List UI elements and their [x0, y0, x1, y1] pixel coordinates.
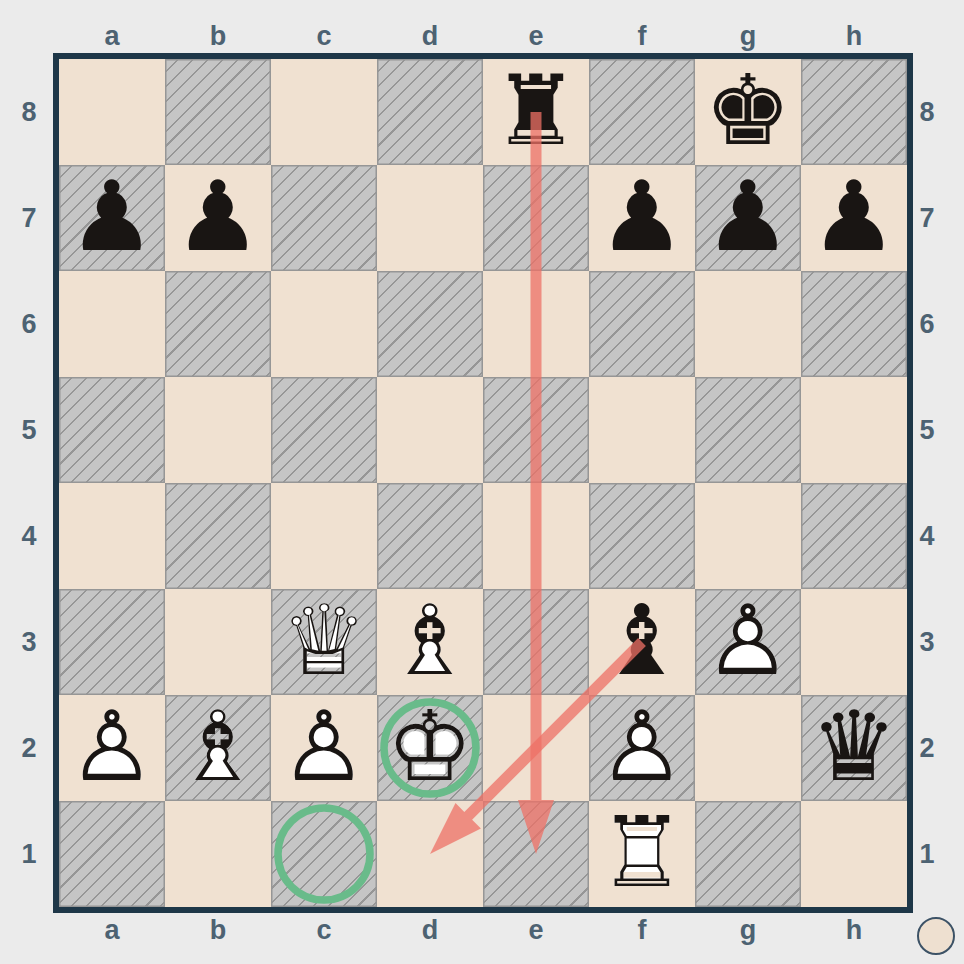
square-c6[interactable] — [271, 271, 377, 377]
square-d6[interactable] — [377, 271, 483, 377]
square-h8[interactable] — [801, 59, 907, 165]
white-pawn-a2[interactable]: ♟♙ — [59, 695, 165, 801]
rank-label-4: 4 — [909, 483, 945, 589]
square-e4[interactable] — [483, 483, 589, 589]
square-a2[interactable]: ♟♙ — [59, 695, 165, 801]
square-h5[interactable] — [801, 377, 907, 483]
square-f5[interactable] — [589, 377, 695, 483]
white-pawn-f2[interactable]: ♟♙ — [589, 695, 695, 801]
rank-label-6: 6 — [909, 271, 945, 377]
white-rook-outline: ♖ — [589, 801, 695, 907]
white-king-outline: ♔ — [377, 695, 483, 801]
square-h7[interactable]: ♟ — [801, 165, 907, 271]
square-f2[interactable]: ♟♙ — [589, 695, 695, 801]
white-pawn-outline: ♙ — [589, 695, 695, 801]
white-bishop-d3[interactable]: ♝♗ — [377, 589, 483, 695]
square-d4[interactable] — [377, 483, 483, 589]
black-pawn-f7[interactable]: ♟ — [589, 165, 695, 271]
square-f4[interactable] — [589, 483, 695, 589]
rank-label-7: 7 — [909, 165, 945, 271]
file-label-e: e — [483, 19, 589, 53]
file-label-f: f — [589, 19, 695, 53]
rank-label-6: 6 — [11, 271, 47, 377]
rank-label-2: 2 — [11, 695, 47, 801]
white-queen-outline: ♕ — [271, 589, 377, 695]
black-king-g8[interactable]: ♚ — [695, 59, 801, 165]
file-label-h: h — [801, 19, 907, 53]
rank-label-8: 8 — [11, 59, 47, 165]
square-c5[interactable] — [271, 377, 377, 483]
square-f8[interactable] — [589, 59, 695, 165]
square-e2[interactable] — [483, 695, 589, 801]
file-label-c: c — [271, 19, 377, 53]
rank-label-8: 8 — [909, 59, 945, 165]
square-b5[interactable] — [165, 377, 271, 483]
white-bishop-outline: ♗ — [377, 589, 483, 695]
rank-labels-left: 87654321 — [11, 59, 47, 907]
rank-label-7: 7 — [11, 165, 47, 271]
black-pawn-a7[interactable]: ♟ — [59, 165, 165, 271]
square-h2[interactable]: ♛ — [801, 695, 907, 801]
rank-label-4: 4 — [11, 483, 47, 589]
black-pawn-glyph: ♟ — [695, 165, 801, 271]
white-pawn-g3[interactable]: ♟♙ — [695, 589, 801, 695]
file-label-a: a — [59, 913, 165, 947]
square-h4[interactable] — [801, 483, 907, 589]
file-label-c: c — [271, 913, 377, 947]
black-pawn-g7[interactable]: ♟ — [695, 165, 801, 271]
chess-position-page: { "game": "chess", "position": "4r1k1/pp… — [0, 0, 964, 964]
file-labels-top: abcdefgh — [59, 19, 907, 53]
square-d5[interactable] — [377, 377, 483, 483]
white-rook-f1[interactable]: ♜♖ — [589, 801, 695, 907]
white-king-d2[interactable]: ♚♔ — [377, 695, 483, 801]
square-g2[interactable] — [695, 695, 801, 801]
square-a5[interactable] — [59, 377, 165, 483]
black-pawn-glyph: ♟ — [59, 165, 165, 271]
file-label-g: g — [695, 19, 801, 53]
file-label-d: d — [377, 913, 483, 947]
rank-label-1: 1 — [11, 801, 47, 907]
square-g4[interactable] — [695, 483, 801, 589]
square-e8[interactable]: ♜ — [483, 59, 589, 165]
black-queen-h2[interactable]: ♛ — [801, 695, 907, 801]
square-b8[interactable] — [165, 59, 271, 165]
square-e6[interactable] — [483, 271, 589, 377]
black-pawn-h7[interactable]: ♟ — [801, 165, 907, 271]
file-label-b: b — [165, 913, 271, 947]
file-label-h: h — [801, 913, 907, 947]
square-a6[interactable] — [59, 271, 165, 377]
square-f7[interactable]: ♟ — [589, 165, 695, 271]
square-c2[interactable]: ♟♙ — [271, 695, 377, 801]
white-pawn-outline: ♙ — [59, 695, 165, 801]
square-b2[interactable]: ♝♗ — [165, 695, 271, 801]
square-h1[interactable] — [801, 801, 907, 907]
rank-label-2: 2 — [909, 695, 945, 801]
black-king-glyph: ♚ — [695, 59, 801, 165]
square-g5[interactable] — [695, 377, 801, 483]
file-label-f: f — [589, 913, 695, 947]
square-b7[interactable]: ♟ — [165, 165, 271, 271]
black-rook-e8[interactable]: ♜ — [483, 59, 589, 165]
square-d3[interactable]: ♝♗ — [377, 589, 483, 695]
black-queen-glyph: ♛ — [801, 695, 907, 801]
square-b4[interactable] — [165, 483, 271, 589]
square-b3[interactable] — [165, 589, 271, 695]
square-g1[interactable] — [695, 801, 801, 907]
black-pawn-glyph: ♟ — [801, 165, 907, 271]
rank-labels-right: 87654321 — [909, 59, 945, 907]
file-labels-bottom: abcdefgh — [59, 913, 907, 947]
square-g3[interactable]: ♟♙ — [695, 589, 801, 695]
rank-label-3: 3 — [909, 589, 945, 695]
square-a8[interactable] — [59, 59, 165, 165]
square-c7[interactable] — [271, 165, 377, 271]
square-c8[interactable] — [271, 59, 377, 165]
black-bishop-f3[interactable]: ♝ — [589, 589, 695, 695]
rank-label-5: 5 — [11, 377, 47, 483]
rank-label-5: 5 — [909, 377, 945, 483]
square-d8[interactable] — [377, 59, 483, 165]
square-a4[interactable] — [59, 483, 165, 589]
white-queen-c3[interactable]: ♛♕ — [271, 589, 377, 695]
square-g7[interactable]: ♟ — [695, 165, 801, 271]
white-to-move-indicator — [917, 917, 955, 955]
square-e1[interactable] — [483, 801, 589, 907]
white-bishop-b2[interactable]: ♝♗ — [165, 695, 271, 801]
black-pawn-b7[interactable]: ♟ — [165, 165, 271, 271]
square-c3[interactable]: ♛♕ — [271, 589, 377, 695]
square-d2[interactable]: ♚♔ — [377, 695, 483, 801]
square-a1[interactable] — [59, 801, 165, 907]
square-e7[interactable] — [483, 165, 589, 271]
square-f3[interactable]: ♝ — [589, 589, 695, 695]
square-c4[interactable] — [271, 483, 377, 589]
square-d1[interactable] — [377, 801, 483, 907]
square-g6[interactable] — [695, 271, 801, 377]
file-label-a: a — [59, 19, 165, 53]
square-e5[interactable] — [483, 377, 589, 483]
white-pawn-c2[interactable]: ♟♙ — [271, 695, 377, 801]
square-b6[interactable] — [165, 271, 271, 377]
square-b1[interactable] — [165, 801, 271, 907]
file-label-e: e — [483, 913, 589, 947]
square-g8[interactable]: ♚ — [695, 59, 801, 165]
square-a3[interactable] — [59, 589, 165, 695]
file-label-d: d — [377, 19, 483, 53]
board-grid: ♜♚♟♟♟♟♟♛♕♝♗♝♟♙♟♙♝♗♟♙♚♔♟♙♛♜♖ — [59, 59, 907, 907]
white-pawn-outline: ♙ — [271, 695, 377, 801]
square-c1[interactable] — [271, 801, 377, 907]
black-pawn-glyph: ♟ — [589, 165, 695, 271]
square-h6[interactable] — [801, 271, 907, 377]
black-bishop-glyph: ♝ — [589, 589, 695, 695]
black-pawn-glyph: ♟ — [165, 165, 271, 271]
square-f6[interactable] — [589, 271, 695, 377]
square-a7[interactable]: ♟ — [59, 165, 165, 271]
black-rook-glyph: ♜ — [483, 59, 589, 165]
rank-label-1: 1 — [909, 801, 945, 907]
square-f1[interactable]: ♜♖ — [589, 801, 695, 907]
chess-board: ♜♚♟♟♟♟♟♛♕♝♗♝♟♙♟♙♝♗♟♙♚♔♟♙♛♜♖ — [53, 53, 913, 913]
file-label-g: g — [695, 913, 801, 947]
white-pawn-outline: ♙ — [695, 589, 801, 695]
rank-label-3: 3 — [11, 589, 47, 695]
file-label-b: b — [165, 19, 271, 53]
square-e3[interactable] — [483, 589, 589, 695]
square-d7[interactable] — [377, 165, 483, 271]
white-bishop-outline: ♗ — [165, 695, 271, 801]
square-h3[interactable] — [801, 589, 907, 695]
